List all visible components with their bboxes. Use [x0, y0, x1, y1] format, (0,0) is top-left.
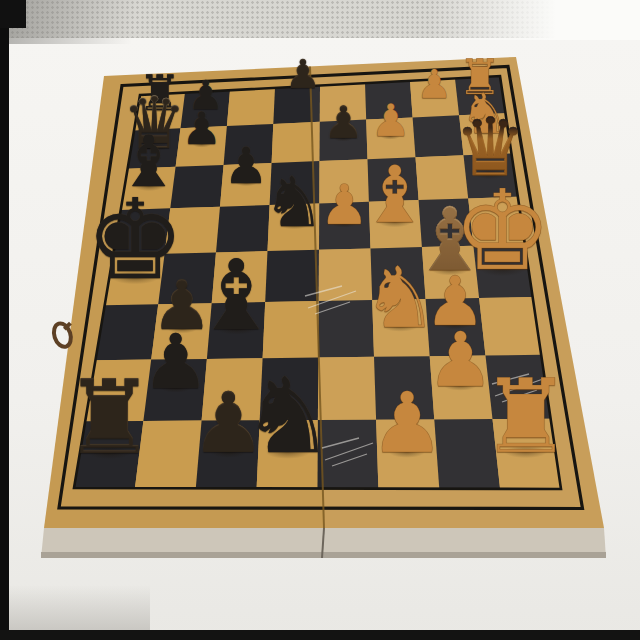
piece-white-pawn-h3: ♟: [369, 382, 444, 466]
piece-black-rook-h8: ♜: [63, 366, 155, 469]
pieces-layer: ♜♛♝♚♜♟♟♟♟♟♝♟♞♞♟♟♟♝♞♟♟♝♟♟♜♞♛♚♜♟: [0, 0, 640, 640]
piece-black-knight-d5: ♞: [263, 168, 325, 237]
piece-white-pawn-a2: ♟: [416, 64, 452, 104]
piece-black-pawn-b4: ♟: [323, 102, 363, 147]
photo-scene: ♜♛♝♚♜♟♟♟♟♟♝♟♞♞♟♟♟♝♞♟♟♝♟♟♜♞♛♚♜♟: [0, 0, 640, 640]
piece-black-pawn-b7: ♟: [182, 108, 222, 153]
piece-black-pawn-c6: ♟: [224, 142, 269, 192]
piece-white-rook-h1: ♜: [480, 366, 572, 469]
captured-piece-behind-board: ♟: [285, 54, 321, 94]
piece-black-knight-h5: ♞: [241, 364, 335, 468]
piece-white-pawn-b3: ♟: [370, 100, 410, 145]
